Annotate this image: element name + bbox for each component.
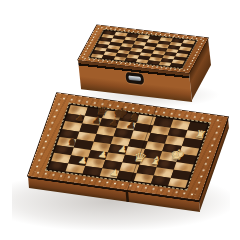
board-hinge-notch <box>125 190 129 202</box>
box-clasp <box>125 72 144 85</box>
lid-square <box>170 63 183 68</box>
piece-dark-pawn-c7: ♟ <box>108 118 120 128</box>
piece-light-pawn-d4: ♟ <box>117 144 129 154</box>
piece-light-pawn-d1: ♟ <box>108 168 120 178</box>
piece-light-pawn-c3: ♟ <box>97 150 109 160</box>
piece-dark-pawn-b7: ♟ <box>91 116 103 126</box>
piece-light-pawn-b2: ♟ <box>77 156 89 166</box>
piece-light-rook-h7: ♜ <box>194 129 208 140</box>
product-photo-scene: ♛♚♞♟♟♟♟♜♞♟♚♟♛♝♟♟ <box>0 0 240 240</box>
clasp-latch <box>128 75 141 81</box>
square-h1 <box>168 178 188 188</box>
piece-dark-pawn-d7: ♟ <box>125 121 137 131</box>
piece-dark-pawn-a7: ♟ <box>74 113 86 123</box>
square-d1: ♟ <box>100 168 120 178</box>
